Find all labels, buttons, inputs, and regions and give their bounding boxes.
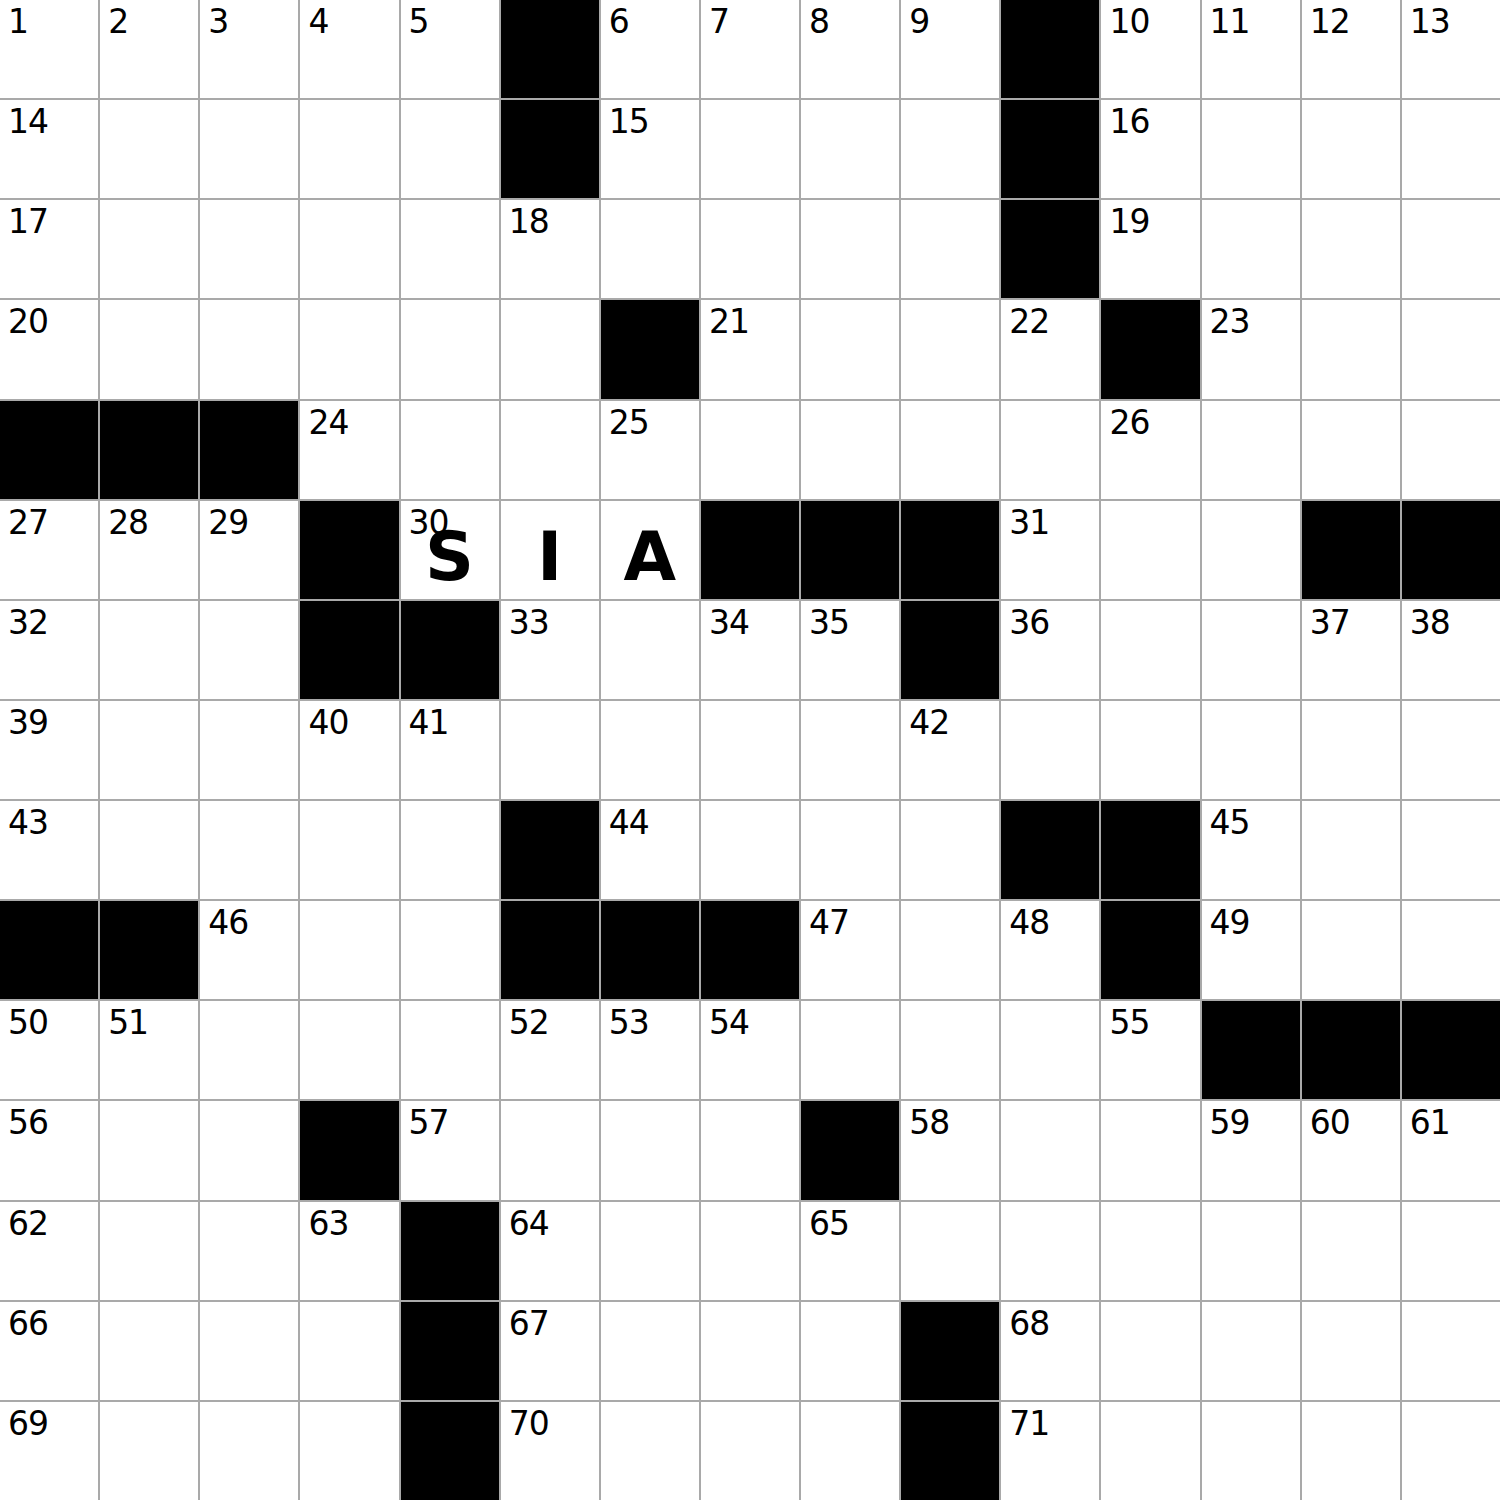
white-cell[interactable]	[300, 1001, 398, 1099]
clue-number: 61	[1410, 1104, 1450, 1142]
white-cell[interactable]: 39	[0, 701, 98, 799]
white-cell[interactable]	[300, 100, 398, 198]
white-cell[interactable]: 23	[1202, 300, 1300, 398]
white-cell[interactable]	[100, 601, 198, 699]
white-cell[interactable]: 70	[501, 1402, 599, 1500]
white-cell[interactable]	[100, 1101, 198, 1199]
white-cell[interactable]	[1101, 501, 1199, 599]
white-cell[interactable]	[701, 701, 799, 799]
clue-number: 23	[1210, 303, 1250, 341]
white-cell[interactable]: 51	[100, 1001, 198, 1099]
white-cell[interactable]: 63	[300, 1202, 398, 1300]
white-cell[interactable]	[601, 701, 699, 799]
white-cell[interactable]: 54	[701, 1001, 799, 1099]
black-cell	[1101, 801, 1199, 899]
clue-number: 4	[308, 3, 328, 41]
clue-number: 2	[108, 3, 128, 41]
white-cell[interactable]: 4	[300, 0, 398, 98]
clue-number: 12	[1310, 3, 1350, 41]
white-cell[interactable]	[1202, 1402, 1300, 1500]
white-cell[interactable]	[1001, 1202, 1099, 1300]
white-cell[interactable]: 67	[501, 1302, 599, 1400]
white-cell[interactable]: 10	[1101, 0, 1199, 98]
white-cell[interactable]	[401, 1001, 499, 1099]
white-cell[interactable]	[701, 1101, 799, 1199]
white-cell[interactable]: 69	[0, 1402, 98, 1500]
clue-number: 34	[709, 604, 749, 642]
white-cell[interactable]: 57	[401, 1101, 499, 1199]
white-cell[interactable]	[1302, 300, 1400, 398]
white-cell[interactable]	[401, 801, 499, 899]
black-cell	[1402, 501, 1500, 599]
white-cell[interactable]	[1101, 1101, 1199, 1199]
white-cell[interactable]	[401, 401, 499, 499]
white-cell[interactable]: 2	[100, 0, 198, 98]
black-cell	[1001, 100, 1099, 198]
white-cell[interactable]	[1402, 701, 1500, 799]
clue-number: 29	[208, 504, 248, 542]
black-cell	[1402, 1001, 1500, 1099]
white-cell[interactable]: 3	[200, 0, 298, 98]
white-cell[interactable]: 20	[0, 300, 98, 398]
white-cell[interactable]	[1302, 1202, 1400, 1300]
white-cell[interactable]	[901, 200, 999, 298]
white-cell[interactable]	[200, 200, 298, 298]
white-cell[interactable]	[1202, 501, 1300, 599]
white-cell[interactable]	[100, 200, 198, 298]
white-cell[interactable]	[200, 1001, 298, 1099]
black-cell	[300, 1101, 398, 1199]
white-cell[interactable]	[100, 300, 198, 398]
clue-number: 69	[8, 1405, 48, 1443]
white-cell[interactable]: 48	[1001, 901, 1099, 999]
white-cell[interactable]: 27	[0, 501, 98, 599]
white-cell[interactable]	[1402, 901, 1500, 999]
clue-number: 28	[108, 504, 148, 542]
white-cell[interactable]: 62	[0, 1202, 98, 1300]
white-cell[interactable]: 38	[1402, 601, 1500, 699]
white-cell[interactable]	[701, 1302, 799, 1400]
white-cell[interactable]	[1302, 100, 1400, 198]
white-cell[interactable]: 14	[0, 100, 98, 198]
clue-number: 55	[1109, 1004, 1149, 1042]
white-cell[interactable]: 36	[1001, 601, 1099, 699]
white-cell[interactable]	[1001, 701, 1099, 799]
white-cell[interactable]	[401, 300, 499, 398]
clue-number: 33	[509, 604, 549, 642]
clue-number: 37	[1310, 604, 1350, 642]
white-cell[interactable]	[200, 801, 298, 899]
white-cell[interactable]	[1001, 1001, 1099, 1099]
white-cell[interactable]	[801, 100, 899, 198]
white-cell[interactable]	[1202, 601, 1300, 699]
white-cell[interactable]	[801, 1302, 899, 1400]
white-cell[interactable]: 6	[601, 0, 699, 98]
white-cell[interactable]	[200, 601, 298, 699]
clue-number: 13	[1410, 3, 1450, 41]
black-cell	[701, 501, 799, 599]
white-cell[interactable]: 16	[1101, 100, 1199, 198]
clue-number: 56	[8, 1104, 48, 1142]
clue-number: 35	[809, 604, 849, 642]
clue-number: 8	[809, 3, 829, 41]
clue-number: 39	[8, 704, 48, 742]
white-cell[interactable]	[1302, 801, 1400, 899]
cell-letter: A	[601, 501, 699, 599]
cell-letter: I	[501, 501, 599, 599]
white-cell[interactable]	[200, 100, 298, 198]
white-cell[interactable]	[200, 300, 298, 398]
clue-number: 17	[8, 203, 48, 241]
white-cell[interactable]: 64	[501, 1202, 599, 1300]
white-cell[interactable]: 58	[901, 1101, 999, 1199]
white-cell[interactable]	[100, 801, 198, 899]
clue-number: 47	[809, 904, 849, 942]
white-cell[interactable]: 50	[0, 1001, 98, 1099]
white-cell[interactable]	[1101, 1402, 1199, 1500]
white-cell[interactable]: 49	[1202, 901, 1300, 999]
white-cell[interactable]	[100, 100, 198, 198]
white-cell[interactable]: 52	[501, 1001, 599, 1099]
black-cell	[501, 0, 599, 98]
black-cell	[401, 601, 499, 699]
white-cell[interactable]	[901, 1202, 999, 1300]
white-cell[interactable]	[801, 200, 899, 298]
clue-number: 14	[8, 103, 48, 141]
clue-number: 10	[1109, 3, 1149, 41]
clue-number: 59	[1210, 1104, 1250, 1142]
clue-number: 1	[8, 3, 28, 41]
crossword-board: 1234567891011121314151617181920212223242…	[0, 0, 1500, 1500]
black-cell	[100, 401, 198, 499]
white-cell[interactable]	[100, 1302, 198, 1400]
black-cell	[300, 601, 398, 699]
white-cell[interactable]	[300, 901, 398, 999]
white-cell[interactable]	[401, 200, 499, 298]
white-cell[interactable]	[801, 1402, 899, 1500]
white-cell[interactable]	[701, 801, 799, 899]
white-cell[interactable]	[601, 1202, 699, 1300]
white-cell[interactable]	[1302, 901, 1400, 999]
white-cell[interactable]	[1402, 801, 1500, 899]
black-cell	[1001, 801, 1099, 899]
white-cell[interactable]	[401, 901, 499, 999]
white-cell[interactable]	[1402, 1302, 1500, 1400]
black-cell	[401, 1402, 499, 1500]
white-cell[interactable]	[1302, 701, 1400, 799]
white-cell[interactable]	[501, 401, 599, 499]
clue-number: 60	[1310, 1104, 1350, 1142]
clue-number: 36	[1009, 604, 1049, 642]
white-cell[interactable]: 18	[501, 200, 599, 298]
white-cell[interactable]: 34	[701, 601, 799, 699]
clue-number: 7	[709, 3, 729, 41]
white-cell[interactable]	[1402, 100, 1500, 198]
white-cell[interactable]	[501, 1101, 599, 1199]
clue-number: 70	[509, 1405, 549, 1443]
white-cell[interactable]: 61	[1402, 1101, 1500, 1199]
clue-number: 71	[1009, 1405, 1049, 1443]
white-cell[interactable]	[100, 701, 198, 799]
white-cell[interactable]: 25	[601, 401, 699, 499]
white-cell[interactable]	[1302, 1402, 1400, 1500]
white-cell[interactable]	[200, 701, 298, 799]
black-cell	[501, 100, 599, 198]
white-cell[interactable]	[200, 1302, 298, 1400]
white-cell[interactable]: 46	[200, 901, 298, 999]
white-cell[interactable]: 55	[1101, 1001, 1199, 1099]
white-cell[interactable]	[501, 701, 599, 799]
white-cell[interactable]	[901, 1001, 999, 1099]
black-cell	[901, 1402, 999, 1500]
black-cell	[300, 501, 398, 599]
white-cell[interactable]: 21	[701, 300, 799, 398]
white-cell[interactable]: 12	[1302, 0, 1400, 98]
white-cell[interactable]: 32	[0, 601, 98, 699]
clue-number: 49	[1210, 904, 1250, 942]
black-cell	[200, 401, 298, 499]
white-cell[interactable]: 22	[1001, 300, 1099, 398]
white-cell[interactable]: 59	[1202, 1101, 1300, 1199]
black-cell	[1001, 0, 1099, 98]
clue-number: 27	[8, 504, 48, 542]
white-cell[interactable]	[801, 801, 899, 899]
clue-number: 46	[208, 904, 248, 942]
white-cell[interactable]	[1402, 401, 1500, 499]
white-cell[interactable]	[501, 300, 599, 398]
black-cell	[401, 1202, 499, 1300]
clue-number: 9	[909, 3, 929, 41]
clue-number: 63	[308, 1205, 348, 1243]
clue-number: 18	[509, 203, 549, 241]
black-cell	[1001, 200, 1099, 298]
white-cell[interactable]: 17	[0, 200, 98, 298]
white-cell[interactable]	[601, 1402, 699, 1500]
white-cell[interactable]	[200, 1101, 298, 1199]
clue-number: 43	[8, 804, 48, 842]
white-cell[interactable]	[601, 601, 699, 699]
clue-number: 16	[1109, 103, 1149, 141]
white-cell[interactable]	[601, 1101, 699, 1199]
white-cell[interactable]	[401, 100, 499, 198]
clue-number: 25	[609, 404, 649, 442]
clue-number: 65	[809, 1205, 849, 1243]
white-cell[interactable]: 71	[1001, 1402, 1099, 1500]
white-cell[interactable]	[701, 401, 799, 499]
white-cell[interactable]	[1202, 200, 1300, 298]
clue-number: 64	[509, 1205, 549, 1243]
black-cell	[901, 501, 999, 599]
white-cell[interactable]	[901, 300, 999, 398]
white-cell[interactable]: 1	[0, 0, 98, 98]
white-cell[interactable]: A	[601, 501, 699, 599]
black-cell	[1202, 1001, 1300, 1099]
black-cell	[401, 1302, 499, 1400]
clue-number: 32	[8, 604, 48, 642]
white-cell[interactable]	[100, 1402, 198, 1500]
clue-number: 66	[8, 1305, 48, 1343]
black-cell	[501, 901, 599, 999]
white-cell[interactable]	[901, 801, 999, 899]
white-cell[interactable]: 65	[801, 1202, 899, 1300]
clue-number: 51	[108, 1004, 148, 1042]
clue-number: 58	[909, 1104, 949, 1142]
clue-number: 5	[409, 3, 429, 41]
clue-number: 19	[1109, 203, 1149, 241]
clue-number: 67	[509, 1305, 549, 1343]
white-cell[interactable]: 66	[0, 1302, 98, 1400]
white-cell[interactable]	[1302, 1302, 1400, 1400]
white-cell[interactable]: 41	[401, 701, 499, 799]
black-cell	[100, 901, 198, 999]
white-cell[interactable]	[100, 1202, 198, 1300]
white-cell[interactable]	[1302, 200, 1400, 298]
white-cell[interactable]: 15	[601, 100, 699, 198]
white-cell[interactable]: 45	[1202, 801, 1300, 899]
clue-number: 6	[609, 3, 629, 41]
white-cell[interactable]	[200, 1402, 298, 1500]
clue-number: 3	[208, 3, 228, 41]
white-cell[interactable]	[901, 401, 999, 499]
black-cell	[901, 1302, 999, 1400]
clue-number: 52	[509, 1004, 549, 1042]
white-cell[interactable]: 40	[300, 701, 398, 799]
white-cell[interactable]	[1101, 1202, 1199, 1300]
black-cell	[0, 401, 98, 499]
clue-number: 20	[8, 303, 48, 341]
white-cell[interactable]	[1101, 601, 1199, 699]
white-cell[interactable]: 26	[1101, 401, 1199, 499]
white-cell[interactable]	[601, 200, 699, 298]
clue-number: 57	[409, 1104, 449, 1142]
white-cell[interactable]	[1202, 100, 1300, 198]
black-cell	[801, 501, 899, 599]
white-cell[interactable]	[601, 1302, 699, 1400]
clue-number: 42	[909, 704, 949, 742]
white-cell[interactable]	[1001, 401, 1099, 499]
clue-number: 44	[609, 804, 649, 842]
clue-number: 26	[1109, 404, 1149, 442]
black-cell	[801, 1101, 899, 1199]
black-cell	[1302, 501, 1400, 599]
white-cell[interactable]: 31	[1001, 501, 1099, 599]
white-cell[interactable]: 56	[0, 1101, 98, 1199]
white-cell[interactable]	[1402, 1402, 1500, 1500]
white-cell[interactable]: 35	[801, 601, 899, 699]
clue-number: 40	[308, 704, 348, 742]
white-cell[interactable]	[300, 801, 398, 899]
white-cell[interactable]: 60	[1302, 1101, 1400, 1199]
white-cell[interactable]	[1202, 1202, 1300, 1300]
white-cell[interactable]: 7	[701, 0, 799, 98]
white-cell[interactable]: 11	[1202, 0, 1300, 98]
black-cell	[501, 801, 599, 899]
white-cell[interactable]: 44	[601, 801, 699, 899]
black-cell	[601, 901, 699, 999]
white-cell[interactable]	[300, 300, 398, 398]
white-cell[interactable]	[701, 1202, 799, 1300]
clue-number: 30	[409, 504, 449, 542]
white-cell[interactable]	[801, 300, 899, 398]
white-cell[interactable]	[901, 901, 999, 999]
white-cell[interactable]	[1202, 701, 1300, 799]
white-cell[interactable]: 43	[0, 801, 98, 899]
clue-number: 48	[1009, 904, 1049, 942]
white-cell[interactable]: 9	[901, 0, 999, 98]
clue-number: 41	[409, 704, 449, 742]
black-cell	[0, 901, 98, 999]
white-cell[interactable]: 8	[801, 0, 899, 98]
clue-number: 53	[609, 1004, 649, 1042]
white-cell[interactable]	[1101, 701, 1199, 799]
white-cell[interactable]: 37	[1302, 601, 1400, 699]
clue-number: 50	[8, 1004, 48, 1042]
white-cell[interactable]	[300, 200, 398, 298]
white-cell[interactable]	[901, 100, 999, 198]
clue-number: 62	[8, 1205, 48, 1243]
black-cell	[601, 300, 699, 398]
white-cell[interactable]	[701, 1402, 799, 1500]
white-cell[interactable]: I	[501, 501, 599, 599]
white-cell[interactable]	[200, 1202, 298, 1300]
white-cell[interactable]	[801, 401, 899, 499]
white-cell[interactable]	[300, 1402, 398, 1500]
black-cell	[701, 901, 799, 999]
white-cell[interactable]: 47	[801, 901, 899, 999]
clue-number: 68	[1009, 1305, 1049, 1343]
white-cell[interactable]: 33	[501, 601, 599, 699]
white-cell[interactable]: 53	[601, 1001, 699, 1099]
white-cell[interactable]: 42	[901, 701, 999, 799]
black-cell	[1101, 901, 1199, 999]
white-cell[interactable]	[1402, 300, 1500, 398]
clue-number: 21	[709, 303, 749, 341]
white-cell[interactable]	[1302, 401, 1400, 499]
white-cell[interactable]	[1402, 200, 1500, 298]
white-cell[interactable]: 28	[100, 501, 198, 599]
white-cell[interactable]: 29	[200, 501, 298, 599]
white-cell[interactable]: 13	[1402, 0, 1500, 98]
white-cell[interactable]	[1402, 1202, 1500, 1300]
white-cell[interactable]	[801, 701, 899, 799]
clue-number: 54	[709, 1004, 749, 1042]
white-cell[interactable]: 68	[1001, 1302, 1099, 1400]
white-cell[interactable]	[701, 200, 799, 298]
white-cell[interactable]	[701, 100, 799, 198]
white-cell[interactable]	[300, 1302, 398, 1400]
black-cell	[901, 601, 999, 699]
white-cell[interactable]	[801, 1001, 899, 1099]
white-cell[interactable]: 19	[1101, 200, 1199, 298]
white-cell[interactable]: 30S	[401, 501, 499, 599]
clue-number: 24	[308, 404, 348, 442]
clue-number: 22	[1009, 303, 1049, 341]
white-cell[interactable]	[1001, 1101, 1099, 1199]
clue-number: 15	[609, 103, 649, 141]
black-cell	[1302, 1001, 1400, 1099]
clue-number: 31	[1009, 504, 1049, 542]
black-cell	[1101, 300, 1199, 398]
clue-number: 38	[1410, 604, 1450, 642]
white-cell[interactable]: 5	[401, 0, 499, 98]
white-cell[interactable]	[1202, 401, 1300, 499]
white-cell[interactable]	[1101, 1302, 1199, 1400]
white-cell[interactable]	[1202, 1302, 1300, 1400]
clue-number: 11	[1210, 3, 1250, 41]
white-cell[interactable]: 24	[300, 401, 398, 499]
clue-number: 45	[1210, 804, 1250, 842]
